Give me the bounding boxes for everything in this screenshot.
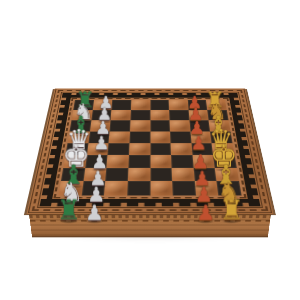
square[interactable] xyxy=(206,100,226,110)
piece-left-rook[interactable]: ♜ xyxy=(57,197,81,225)
square-slot xyxy=(150,173,171,190)
square[interactable] xyxy=(110,120,131,131)
square[interactable] xyxy=(150,131,171,143)
square[interactable] xyxy=(189,120,210,131)
square-slot xyxy=(171,189,193,206)
square-slot xyxy=(169,154,190,173)
square[interactable] xyxy=(130,120,150,131)
square[interactable] xyxy=(71,110,92,120)
square[interactable] xyxy=(73,100,93,110)
square[interactable] xyxy=(150,110,170,120)
square-slot: ♟ xyxy=(84,206,108,224)
square[interactable] xyxy=(150,100,169,110)
square[interactable] xyxy=(169,100,189,110)
square[interactable] xyxy=(150,120,170,131)
square-slot xyxy=(150,154,170,173)
square[interactable] xyxy=(129,131,150,143)
square-slot: ♟ xyxy=(193,206,217,224)
square[interactable] xyxy=(170,131,191,143)
square[interactable] xyxy=(91,110,112,120)
square[interactable] xyxy=(111,110,131,120)
perspective-scene: ♜♟♟♜♞♟♟♞♝♟♟♝♛♟♟♛♚♟♟♚♝♟♟♝♞♟♟♞♜♟♟♜ xyxy=(0,0,300,300)
square[interactable] xyxy=(130,110,150,120)
square-slot xyxy=(110,154,131,173)
square[interactable] xyxy=(170,120,191,131)
square[interactable] xyxy=(112,100,132,110)
piece-right-rook[interactable]: ♜ xyxy=(219,197,243,225)
square-slot xyxy=(130,154,150,173)
square[interactable] xyxy=(188,100,208,110)
piece-right-pawn[interactable]: ♟ xyxy=(196,202,215,224)
square[interactable] xyxy=(188,110,209,120)
square[interactable] xyxy=(90,120,111,131)
chess-board-box: ♜♟♟♜♞♟♟♞♝♟♟♝♛♟♟♛♚♟♟♚♝♟♟♝♞♟♟♞♜♟♟♜ xyxy=(27,88,274,213)
square[interactable] xyxy=(169,110,189,120)
square-slot xyxy=(170,173,191,190)
square-slot xyxy=(109,173,130,190)
square-slot: ♜ xyxy=(214,206,247,224)
square-slot xyxy=(150,189,171,206)
square[interactable] xyxy=(92,100,112,110)
product-photo: ♜♟♟♜♞♟♟♞♝♟♟♝♛♟♟♛♚♟♟♚♝♟♟♝♞♟♟♞♜♟♟♜ xyxy=(0,0,300,300)
square[interactable] xyxy=(109,131,130,143)
square-slot xyxy=(129,173,150,190)
square-slot xyxy=(107,189,129,206)
piece-left-pawn[interactable]: ♟ xyxy=(85,202,104,224)
square[interactable] xyxy=(208,110,229,120)
square[interactable] xyxy=(131,100,150,110)
square-slot xyxy=(129,189,150,206)
